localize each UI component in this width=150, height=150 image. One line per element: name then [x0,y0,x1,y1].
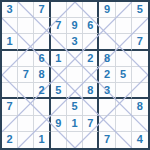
cell-r7c7[interactable] [99,99,115,115]
given-digit: 5 [55,85,61,96]
given-digit: 2 [104,69,110,80]
cell-r7c5[interactable]: 5 [67,99,83,115]
given-digit: 2 [38,85,44,96]
cell-r4c3[interactable]: 6 [34,51,50,67]
cell-r8c5[interactable]: 1 [67,116,83,132]
cell-r8c7[interactable] [99,116,115,132]
cell-r2c9[interactable] [132,18,148,34]
cell-r5c3[interactable]: 8 [34,67,50,83]
cell-r4c1[interactable] [2,51,18,67]
cell-r6c9[interactable] [132,83,148,99]
given-digit: 9 [55,118,61,129]
cell-r1c7[interactable]: 9 [99,2,115,18]
cell-r5c8[interactable]: 5 [116,67,132,83]
cell-r4c2[interactable] [18,51,34,67]
cell-r1c1[interactable]: 3 [2,2,18,18]
given-digit: 4 [137,134,143,145]
given-digit: 7 [55,20,61,31]
cell-r4c8[interactable] [116,51,132,67]
given-digit: 5 [120,69,126,80]
cell-r6c7[interactable]: 3 [99,83,115,99]
cell-r5c2[interactable]: 7 [18,67,34,83]
given-digit: 2 [87,53,93,64]
cell-r2c5[interactable]: 9 [67,18,83,34]
given-digit: 8 [104,53,110,64]
cell-r4c7[interactable]: 8 [99,51,115,67]
cell-r3c9[interactable]: 7 [132,34,148,50]
cell-r7c3[interactable] [34,99,50,115]
cell-r2c3[interactable] [34,18,50,34]
cell-r7c6[interactable] [83,99,99,115]
cell-r6c2[interactable] [18,83,34,99]
sudoku-grid: 37957961376128782525837589172174 [2,2,148,148]
cell-r2c7[interactable] [99,18,115,34]
cell-r9c6[interactable] [83,132,99,148]
given-digit: 3 [71,36,77,47]
cell-r4c5[interactable] [67,51,83,67]
cell-r2c1[interactable] [2,18,18,34]
given-digit: 6 [87,20,93,31]
cell-r8c8[interactable] [116,116,132,132]
cell-r3c5[interactable]: 3 [67,34,83,50]
cell-r5c1[interactable] [2,67,18,83]
cell-r5c4[interactable] [51,67,67,83]
given-digit: 1 [7,36,13,47]
given-digit: 5 [71,101,77,112]
given-digit: 2 [7,134,13,145]
given-digit: 8 [137,101,143,112]
cell-r5c9[interactable] [132,67,148,83]
given-digit: 8 [38,69,44,80]
cell-r5c5[interactable] [67,67,83,83]
given-digit: 8 [87,85,93,96]
given-digit: 7 [104,134,110,145]
given-digit: 1 [71,118,77,129]
cell-r9c7[interactable]: 7 [99,132,115,148]
cell-r1c3[interactable]: 7 [34,2,50,18]
cell-r3c1[interactable]: 1 [2,34,18,50]
cell-r2c2[interactable] [18,18,34,34]
cell-r6c6[interactable]: 8 [83,83,99,99]
cell-r9c9[interactable]: 4 [132,132,148,148]
cell-r9c3[interactable]: 1 [34,132,50,148]
cell-r1c4[interactable] [51,2,67,18]
given-digit: 3 [104,85,110,96]
cell-r8c1[interactable] [2,116,18,132]
cell-r6c3[interactable]: 2 [34,83,50,99]
cell-r8c9[interactable] [132,116,148,132]
cell-r9c2[interactable] [18,132,34,148]
cell-r5c6[interactable] [83,67,99,83]
cell-r9c4[interactable] [51,132,67,148]
given-digit: 7 [87,118,93,129]
given-digit: 3 [7,4,13,15]
cell-r3c3[interactable] [34,34,50,50]
cell-r9c5[interactable] [67,132,83,148]
cell-r8c4[interactable]: 9 [51,116,67,132]
argyle-sudoku-app: 37957961376128782525837589172174 [0,0,150,150]
cell-r1c5[interactable] [67,2,83,18]
given-digit: 7 [23,69,29,80]
cell-r7c8[interactable] [116,99,132,115]
given-digit: 7 [137,36,143,47]
given-digit: 9 [104,4,110,15]
cell-r8c3[interactable] [34,116,50,132]
given-digit: 1 [55,53,61,64]
cell-r3c7[interactable] [99,34,115,50]
cell-r9c8[interactable] [116,132,132,148]
cell-r2c4[interactable]: 7 [51,18,67,34]
cell-r9c1[interactable]: 2 [2,132,18,148]
cell-r8c2[interactable] [18,116,34,132]
cell-r3c4[interactable] [51,34,67,50]
given-digit: 6 [38,53,44,64]
given-digit: 7 [38,4,44,15]
cell-r4c6[interactable]: 2 [83,51,99,67]
cell-r1c8[interactable] [116,2,132,18]
cell-r2c6[interactable]: 6 [83,18,99,34]
cell-r1c9[interactable]: 5 [132,2,148,18]
cell-r2c8[interactable] [116,18,132,34]
given-digit: 5 [137,4,143,15]
cell-r6c8[interactable] [116,83,132,99]
cell-r3c8[interactable] [116,34,132,50]
cell-r7c4[interactable] [51,99,67,115]
cell-r1c6[interactable] [83,2,99,18]
cell-r4c4[interactable]: 1 [51,51,67,67]
cell-r4c9[interactable] [132,51,148,67]
cell-r8c6[interactable]: 7 [83,116,99,132]
cell-r3c2[interactable] [18,34,34,50]
given-digit: 7 [7,101,13,112]
cell-r6c1[interactable] [2,83,18,99]
cell-r6c4[interactable]: 5 [51,83,67,99]
cell-r1c2[interactable] [18,2,34,18]
cell-r7c9[interactable]: 8 [132,99,148,115]
cell-r7c2[interactable] [18,99,34,115]
given-digit: 9 [71,20,77,31]
cell-r6c5[interactable] [67,83,83,99]
sudoku-board: 37957961376128782525837589172174 [0,0,150,150]
cell-r3c6[interactable] [83,34,99,50]
cell-r5c7[interactable]: 2 [99,67,115,83]
given-digit: 1 [38,134,44,145]
cell-r7c1[interactable]: 7 [2,99,18,115]
